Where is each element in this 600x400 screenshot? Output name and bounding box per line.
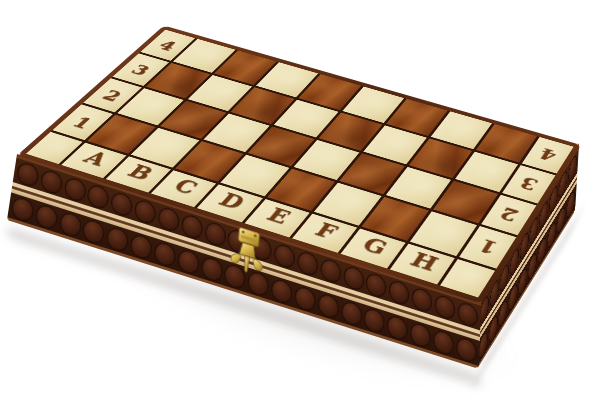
file-label-d-text: D	[215, 190, 249, 212]
file-label-e-text: E	[263, 205, 294, 227]
rank-label-right-3-text: 3	[517, 175, 541, 193]
file-label-f-text: F	[312, 220, 342, 242]
rank-label-right-1-text: 1	[475, 237, 500, 257]
file-label-h-text: H	[407, 249, 442, 273]
file-label-a-text: A	[80, 148, 112, 168]
file-label-b-text: B	[124, 162, 158, 183]
rank-label-right-2-text: 2	[497, 205, 522, 224]
rank-label-left-1-text: 1	[69, 114, 96, 131]
rank-label-left-4-text: 4	[156, 38, 181, 53]
rank-label-left-2-text: 2	[99, 87, 125, 103]
product-photo: 44332211ABCDEFGH	[0, 0, 600, 400]
rank-label-right-4-text: 4	[536, 146, 559, 163]
file-label-g-text: G	[359, 234, 392, 257]
rank-label-left-3-text: 3	[128, 62, 154, 77]
file-label-c-text: C	[170, 176, 202, 197]
